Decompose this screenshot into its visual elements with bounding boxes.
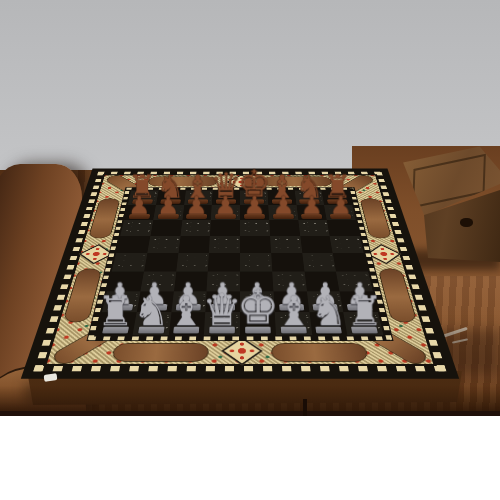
knight-glyph: ♞ [311,291,347,332]
piece-white-knight-b1[interactable]: ♞ [132,312,171,335]
piece-black-pawn-c7[interactable]: ♟ [182,205,212,220]
wood-lozenge-inlay [147,176,217,186]
piece-white-bishop-c1[interactable]: ♝ [168,312,205,335]
pieces-layer: ♜♞♝♛♚♝♞♜♟♟♟♟♟♟♟♟♟♟♟♟♟♟♟♟♜♞♝♛♚♝♞♜ [21,168,459,378]
piece-white-rook-h1[interactable]: ♜ [344,312,384,335]
photo-of-chess-set: ♜♞♝♛♚♝♞♜♟♟♟♟♟♟♟♟♟♟♟♟♟♟♟♟♜♞♝♛♚♝♞♜ [0,0,500,500]
table-front-notch [303,399,307,416]
pawn-glyph: ♟ [185,192,208,217]
piece-black-pawn-a7[interactable]: ♟ [124,205,156,220]
piece-white-king-e1[interactable]: ♚ [240,312,276,335]
pawn-glyph: ♟ [243,192,266,217]
piece-white-queen-d1[interactable]: ♛ [204,312,240,335]
piece-white-knight-g1[interactable]: ♞ [309,312,348,335]
wood-lozenge-inlay [262,176,332,186]
photo-blank-margin [0,416,500,500]
piece-black-pawn-d7[interactable]: ♟ [211,205,240,220]
photo-area: ♜♞♝♛♚♝♞♜♟♟♟♟♟♟♟♟♟♟♟♟♟♟♟♟♜♞♝♛♚♝♞♜ [0,0,500,416]
pawn-glyph: ♟ [301,192,324,217]
piece-black-pawn-h7[interactable]: ♟ [324,205,356,220]
rook-glyph: ♜ [347,291,383,332]
piece-white-rook-a1[interactable]: ♜ [96,312,136,335]
piece-black-pawn-g7[interactable]: ♟ [296,205,327,220]
pawn-glyph: ♟ [272,192,295,217]
piece-white-bishop-f1[interactable]: ♝ [275,312,312,335]
bishop-glyph: ♝ [275,291,311,332]
piece-black-pawn-f7[interactable]: ♟ [268,205,298,220]
king-glyph: ♚ [237,284,279,331]
pawn-glyph: ♟ [157,192,180,217]
rook-glyph: ♜ [97,291,133,332]
pawn-glyph: ♟ [214,192,237,217]
knight-glyph: ♞ [133,291,169,332]
chess-board: ♜♞♝♛♚♝♞♜♟♟♟♟♟♟♟♟♟♟♟♟♟♟♟♟♜♞♝♛♚♝♞♜ [21,168,459,378]
piece-black-pawn-e7[interactable]: ♟ [240,205,269,220]
piece-black-pawn-b7[interactable]: ♟ [153,205,184,220]
bishop-glyph: ♝ [168,291,204,332]
board-scene: ♜♞♝♛♚♝♞♜♟♟♟♟♟♟♟♟♟♟♟♟♟♟♟♟♜♞♝♛♚♝♞♜ [0,0,500,416]
